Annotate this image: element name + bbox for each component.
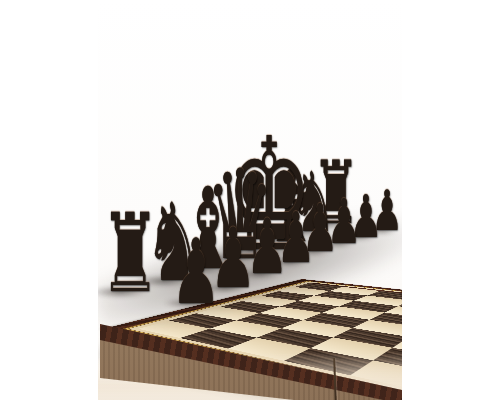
piece-black-rook-a8: ♜ — [100, 199, 161, 308]
piece-black-pawn-a7: ♟ — [171, 227, 221, 317]
product-photo-canvas: ♜♞♝♛♚♝♞♜♟♟♟♟♟♟♟♟ — [0, 0, 500, 400]
chess-set-photo: ♜♞♝♛♚♝♞♜♟♟♟♟♟♟♟♟ — [98, 0, 402, 400]
